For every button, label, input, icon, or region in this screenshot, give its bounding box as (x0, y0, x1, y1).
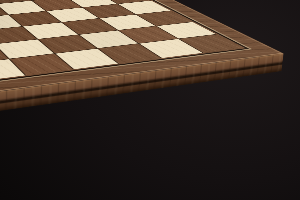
perspective-wrapper (0, 0, 300, 200)
chessboard (0, 0, 281, 133)
photo-background (0, 0, 300, 200)
